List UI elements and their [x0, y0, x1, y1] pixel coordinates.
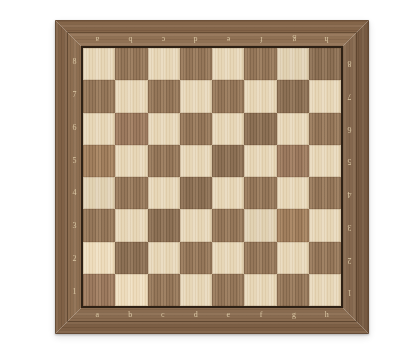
square-e2[interactable] [212, 242, 244, 274]
square-d8[interactable] [180, 48, 212, 80]
square-g7[interactable] [277, 80, 309, 112]
square-h4[interactable] [309, 177, 341, 209]
square-h8[interactable] [309, 48, 341, 80]
square-e8[interactable] [212, 48, 244, 80]
square-f2[interactable] [244, 242, 276, 274]
square-c6[interactable] [148, 113, 180, 145]
square-a7[interactable] [83, 80, 115, 112]
square-e6[interactable] [212, 113, 244, 145]
square-c1[interactable] [148, 274, 180, 306]
square-g1[interactable] [277, 274, 309, 306]
playing-field-border [81, 46, 343, 308]
square-c4[interactable] [148, 177, 180, 209]
square-a8[interactable] [83, 48, 115, 80]
square-h2[interactable] [309, 242, 341, 274]
board-grid [83, 48, 341, 306]
square-g3[interactable] [277, 209, 309, 241]
square-h3[interactable] [309, 209, 341, 241]
square-g5[interactable] [277, 145, 309, 177]
board-frame-left [55, 20, 81, 334]
square-d7[interactable] [180, 80, 212, 112]
square-d5[interactable] [180, 145, 212, 177]
square-a5[interactable] [83, 145, 115, 177]
square-d2[interactable] [180, 242, 212, 274]
square-c7[interactable] [148, 80, 180, 112]
square-c3[interactable] [148, 209, 180, 241]
square-c8[interactable] [148, 48, 180, 80]
square-b7[interactable] [115, 80, 147, 112]
square-c2[interactable] [148, 242, 180, 274]
square-h6[interactable] [309, 113, 341, 145]
page-background: abcdefgh abcdefgh 87654321 87654321 [0, 0, 420, 355]
board-frame-right [343, 20, 369, 334]
square-b4[interactable] [115, 177, 147, 209]
square-f7[interactable] [244, 80, 276, 112]
square-d1[interactable] [180, 274, 212, 306]
board-frame-bottom [55, 308, 369, 334]
square-e4[interactable] [212, 177, 244, 209]
square-a1[interactable] [83, 274, 115, 306]
square-f6[interactable] [244, 113, 276, 145]
square-f8[interactable] [244, 48, 276, 80]
square-f3[interactable] [244, 209, 276, 241]
square-g6[interactable] [277, 113, 309, 145]
square-b1[interactable] [115, 274, 147, 306]
square-e3[interactable] [212, 209, 244, 241]
square-e7[interactable] [212, 80, 244, 112]
square-a4[interactable] [83, 177, 115, 209]
square-d4[interactable] [180, 177, 212, 209]
square-f5[interactable] [244, 145, 276, 177]
square-e5[interactable] [212, 145, 244, 177]
square-d3[interactable] [180, 209, 212, 241]
chess-board: abcdefgh abcdefgh 87654321 87654321 [55, 20, 369, 334]
square-d6[interactable] [180, 113, 212, 145]
square-f4[interactable] [244, 177, 276, 209]
square-e1[interactable] [212, 274, 244, 306]
square-b2[interactable] [115, 242, 147, 274]
square-h7[interactable] [309, 80, 341, 112]
square-a6[interactable] [83, 113, 115, 145]
board-frame-top [55, 20, 369, 46]
square-c5[interactable] [148, 145, 180, 177]
square-b5[interactable] [115, 145, 147, 177]
square-f1[interactable] [244, 274, 276, 306]
square-b3[interactable] [115, 209, 147, 241]
square-g4[interactable] [277, 177, 309, 209]
square-a2[interactable] [83, 242, 115, 274]
square-a3[interactable] [83, 209, 115, 241]
square-h1[interactable] [309, 274, 341, 306]
square-g8[interactable] [277, 48, 309, 80]
square-g2[interactable] [277, 242, 309, 274]
square-b8[interactable] [115, 48, 147, 80]
square-b6[interactable] [115, 113, 147, 145]
square-h5[interactable] [309, 145, 341, 177]
